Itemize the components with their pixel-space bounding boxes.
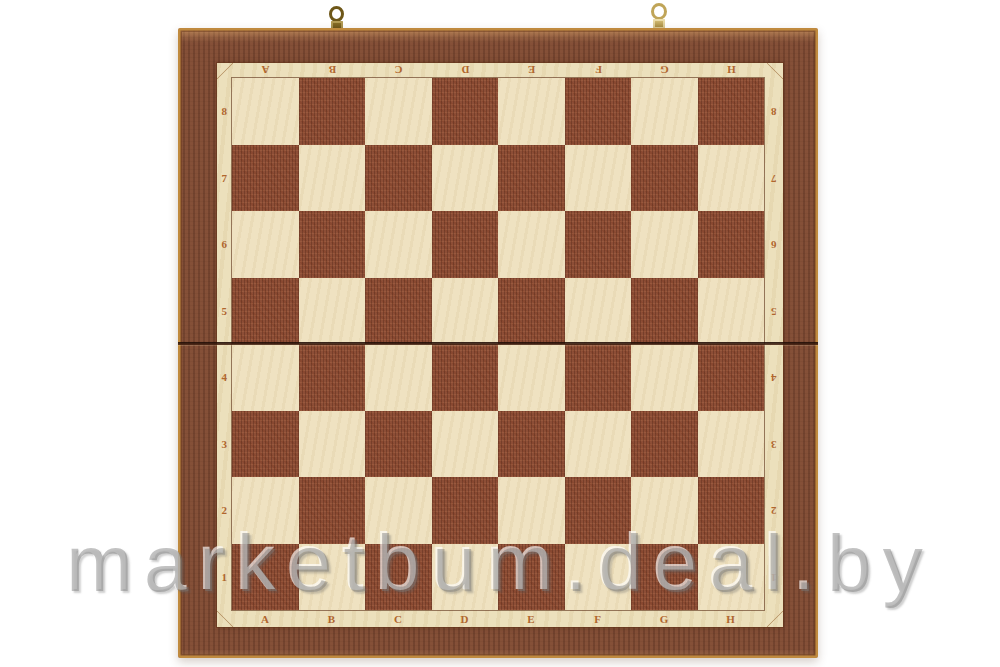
- square-f5: [565, 278, 632, 345]
- rank-label-4: 4: [217, 344, 232, 411]
- mitre-joint-bottom-left: [217, 611, 233, 627]
- square-a7: [232, 145, 299, 212]
- square-f4: [565, 344, 632, 411]
- square-f8: [565, 78, 632, 145]
- square-d8: [432, 78, 499, 145]
- file-label-b: B: [299, 63, 366, 78]
- watermark: marketbum.deal.by: [0, 524, 1000, 604]
- mitre-joint-top-left: [217, 63, 233, 79]
- square-g3: [631, 411, 698, 478]
- rank-label-4: 4: [764, 344, 783, 411]
- square-c3: [365, 411, 432, 478]
- square-b8: [299, 78, 366, 145]
- file-label-e: E: [498, 610, 565, 627]
- rank-label-5: 5: [764, 278, 783, 345]
- rank-label-7: 7: [764, 145, 783, 212]
- square-c5: [365, 278, 432, 345]
- square-d4: [432, 344, 499, 411]
- square-h6: [698, 211, 765, 278]
- file-label-f: F: [565, 610, 632, 627]
- file-label-e: E: [498, 63, 565, 78]
- file-label-c: C: [365, 63, 432, 78]
- file-label-d: D: [432, 610, 499, 627]
- file-label-g: G: [631, 63, 698, 78]
- square-h7: [698, 145, 765, 212]
- product-photo: ABCDEFGH ABCDEFGH 87654321 87654321 mark…: [0, 0, 1000, 667]
- square-h5: [698, 278, 765, 345]
- square-b6: [299, 211, 366, 278]
- square-c8: [365, 78, 432, 145]
- square-a6: [232, 211, 299, 278]
- hanger-ring-icon: [651, 3, 667, 20]
- square-g4: [631, 344, 698, 411]
- square-g8: [631, 78, 698, 145]
- file-label-c: C: [365, 610, 432, 627]
- rank-label-3: 3: [217, 411, 232, 478]
- file-label-f: F: [565, 63, 632, 78]
- square-a4: [232, 344, 299, 411]
- square-g6: [631, 211, 698, 278]
- square-d7: [432, 145, 499, 212]
- square-c4: [365, 344, 432, 411]
- square-h4: [698, 344, 765, 411]
- rank-label-8: 8: [217, 78, 232, 145]
- square-d6: [432, 211, 499, 278]
- file-label-a: A: [232, 610, 299, 627]
- square-e8: [498, 78, 565, 145]
- square-e4: [498, 344, 565, 411]
- file-label-h: H: [698, 63, 765, 78]
- square-c6: [365, 211, 432, 278]
- brass-hanger-right-icon: [651, 3, 667, 29]
- square-e5: [498, 278, 565, 345]
- square-h8: [698, 78, 765, 145]
- file-label-b: B: [299, 610, 366, 627]
- fold-seam: [178, 342, 818, 345]
- file-label-g: G: [631, 610, 698, 627]
- square-e6: [498, 211, 565, 278]
- hanger-ring-icon: [329, 6, 344, 22]
- rank-label-6: 6: [764, 211, 783, 278]
- square-h3: [698, 411, 765, 478]
- square-d5: [432, 278, 499, 345]
- rank-label-6: 6: [217, 211, 232, 278]
- file-label-h: H: [698, 610, 765, 627]
- square-e7: [498, 145, 565, 212]
- square-a8: [232, 78, 299, 145]
- square-c7: [365, 145, 432, 212]
- square-f6: [565, 211, 632, 278]
- square-d3: [432, 411, 499, 478]
- square-f7: [565, 145, 632, 212]
- rank-label-7: 7: [217, 145, 232, 212]
- square-b7: [299, 145, 366, 212]
- square-g5: [631, 278, 698, 345]
- square-b5: [299, 278, 366, 345]
- file-labels-top: ABCDEFGH: [232, 63, 764, 78]
- file-label-d: D: [432, 63, 499, 78]
- rank-label-3: 3: [764, 411, 783, 478]
- file-labels-bottom: ABCDEFGH: [232, 610, 764, 627]
- square-e3: [498, 411, 565, 478]
- rank-label-8: 8: [764, 78, 783, 145]
- square-a3: [232, 411, 299, 478]
- square-f3: [565, 411, 632, 478]
- file-label-a: A: [232, 63, 299, 78]
- square-b4: [299, 344, 366, 411]
- square-b3: [299, 411, 366, 478]
- square-a5: [232, 278, 299, 345]
- square-g7: [631, 145, 698, 212]
- mitre-joint-top-right: [767, 63, 783, 79]
- rank-label-5: 5: [217, 278, 232, 345]
- mitre-joint-bottom-right: [767, 611, 783, 627]
